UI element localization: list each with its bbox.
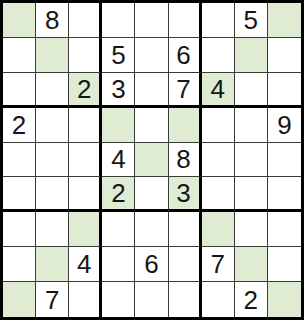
- cell-r7c0[interactable]: [3, 247, 36, 282]
- cell-r4c1[interactable]: [36, 143, 69, 178]
- cell-r5c6[interactable]: [202, 177, 235, 212]
- cell-r3c1[interactable]: [36, 108, 69, 143]
- cell-r3c5[interactable]: [169, 108, 202, 143]
- cell-r6c3[interactable]: [102, 212, 135, 247]
- cell-r2c2[interactable]: 2: [69, 73, 102, 108]
- cell-r6c8[interactable]: [268, 212, 301, 247]
- cell-r1c7[interactable]: [235, 38, 268, 73]
- cell-r7c7[interactable]: [235, 247, 268, 282]
- cell-r2c1[interactable]: [36, 73, 69, 108]
- cell-r7c6[interactable]: 7: [202, 247, 235, 282]
- cell-r6c4[interactable]: [135, 212, 168, 247]
- cell-r6c5[interactable]: [169, 212, 202, 247]
- cell-r4c0[interactable]: [3, 143, 36, 178]
- cell-r6c2[interactable]: [69, 212, 102, 247]
- cell-r7c8[interactable]: [268, 247, 301, 282]
- cell-r6c0[interactable]: [3, 212, 36, 247]
- cell-r6c6[interactable]: [202, 212, 235, 247]
- cell-r1c4[interactable]: [135, 38, 168, 73]
- cell-r1c8[interactable]: [268, 38, 301, 73]
- cell-r4c6[interactable]: [202, 143, 235, 178]
- cell-r5c4[interactable]: [135, 177, 168, 212]
- cell-r8c2[interactable]: [69, 282, 102, 317]
- cell-r2c0[interactable]: [3, 73, 36, 108]
- sudoku-page: 8556237429482346772: [0, 0, 304, 320]
- cell-r1c6[interactable]: [202, 38, 235, 73]
- cell-r4c8[interactable]: [268, 143, 301, 178]
- cell-r0c7[interactable]: 5: [235, 3, 268, 38]
- cell-r0c2[interactable]: [69, 3, 102, 38]
- cell-r5c7[interactable]: [235, 177, 268, 212]
- cell-r5c0[interactable]: [3, 177, 36, 212]
- cell-r2c8[interactable]: [268, 73, 301, 108]
- cell-r0c6[interactable]: [202, 3, 235, 38]
- cell-r3c6[interactable]: [202, 108, 235, 143]
- cell-r3c0[interactable]: 2: [3, 108, 36, 143]
- cell-r8c8[interactable]: [268, 282, 301, 317]
- cell-r7c4[interactable]: 6: [135, 247, 168, 282]
- cell-r2c4[interactable]: [135, 73, 168, 108]
- cell-r1c2[interactable]: [69, 38, 102, 73]
- cell-r4c7[interactable]: [235, 143, 268, 178]
- cell-r7c3[interactable]: [102, 247, 135, 282]
- cell-r0c1[interactable]: 8: [36, 3, 69, 38]
- cell-r5c8[interactable]: [268, 177, 301, 212]
- cell-r3c3[interactable]: [102, 108, 135, 143]
- cell-r8c4[interactable]: [135, 282, 168, 317]
- sudoku-board: 8556237429482346772: [0, 0, 304, 320]
- cell-r3c8[interactable]: 9: [268, 108, 301, 143]
- cell-r5c2[interactable]: [69, 177, 102, 212]
- cell-r5c5[interactable]: 3: [169, 177, 202, 212]
- cell-r1c1[interactable]: [36, 38, 69, 73]
- cell-r2c3[interactable]: 3: [102, 73, 135, 108]
- cell-r7c2[interactable]: 4: [69, 247, 102, 282]
- cell-r1c0[interactable]: [3, 38, 36, 73]
- cell-r3c2[interactable]: [69, 108, 102, 143]
- cell-r6c7[interactable]: [235, 212, 268, 247]
- cell-r8c7[interactable]: 2: [235, 282, 268, 317]
- cell-r0c3[interactable]: [102, 3, 135, 38]
- cell-r5c3[interactable]: 2: [102, 177, 135, 212]
- cell-r2c7[interactable]: [235, 73, 268, 108]
- cell-r8c6[interactable]: [202, 282, 235, 317]
- cell-r7c1[interactable]: [36, 247, 69, 282]
- cell-r1c3[interactable]: 5: [102, 38, 135, 73]
- cell-r1c5[interactable]: 6: [169, 38, 202, 73]
- cell-r8c0[interactable]: [3, 282, 36, 317]
- cell-r4c5[interactable]: 8: [169, 143, 202, 178]
- cell-r0c4[interactable]: [135, 3, 168, 38]
- cell-r2c5[interactable]: 7: [169, 73, 202, 108]
- cell-r4c2[interactable]: [69, 143, 102, 178]
- cell-r6c1[interactable]: [36, 212, 69, 247]
- cell-r8c3[interactable]: [102, 282, 135, 317]
- cell-r4c3[interactable]: 4: [102, 143, 135, 178]
- cell-r3c7[interactable]: [235, 108, 268, 143]
- cell-r8c5[interactable]: [169, 282, 202, 317]
- cell-r2c6[interactable]: 4: [202, 73, 235, 108]
- cell-r0c8[interactable]: [268, 3, 301, 38]
- cell-r4c4[interactable]: [135, 143, 168, 178]
- cell-r3c4[interactable]: [135, 108, 168, 143]
- cell-r7c5[interactable]: [169, 247, 202, 282]
- cell-r0c5[interactable]: [169, 3, 202, 38]
- cell-r0c0[interactable]: [3, 3, 36, 38]
- cell-r5c1[interactable]: [36, 177, 69, 212]
- cell-r8c1[interactable]: 7: [36, 282, 69, 317]
